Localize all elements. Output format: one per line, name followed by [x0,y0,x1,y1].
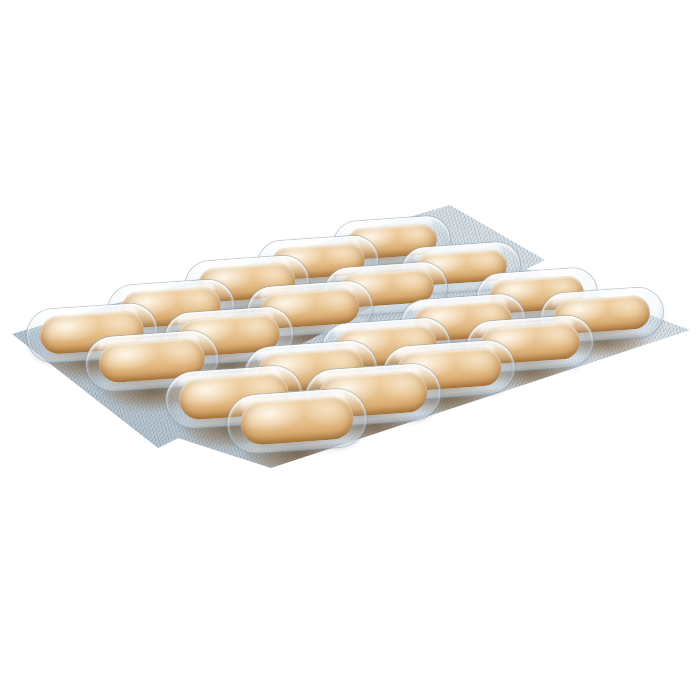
photo-stage [0,0,700,700]
pill [239,395,355,446]
pill-blister [226,387,369,455]
